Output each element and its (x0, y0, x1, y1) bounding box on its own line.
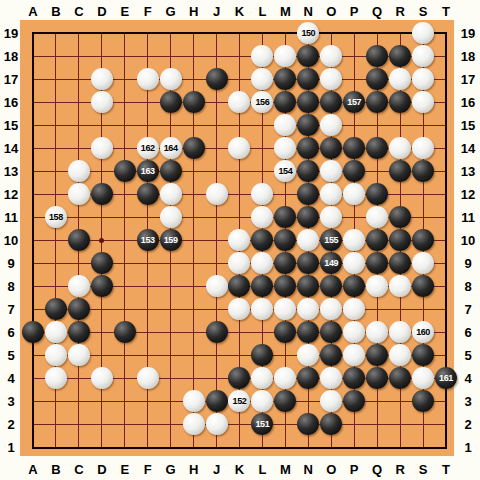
row-label: 1 (464, 440, 471, 455)
column-label: S (419, 462, 428, 477)
move-number-label: 162 (141, 143, 155, 153)
white-stone-C13 (68, 160, 90, 182)
column-label: G (166, 4, 176, 19)
row-label: 6 (7, 325, 14, 340)
column-label: S (419, 4, 428, 19)
row-label: 15 (4, 118, 18, 133)
column-label: A (28, 462, 37, 477)
black-stone-A6 (22, 321, 44, 343)
go-game-diagram: ABCDEFGHJKLMNOPQRST ABCDEFGHJKLMNOPQRST … (0, 0, 480, 480)
black-stone-H16 (183, 91, 205, 113)
row-label: 17 (4, 72, 18, 87)
move-number-label: 151 (256, 419, 270, 429)
black-stone-B7 (45, 298, 67, 320)
black-stone-C6 (68, 321, 90, 343)
star-point (99, 238, 104, 243)
move-number-label: 161 (439, 373, 453, 383)
white-stone-J12 (206, 183, 228, 205)
column-label: A (28, 4, 37, 19)
white-stone-C12 (68, 183, 90, 205)
column-label: M (280, 4, 291, 19)
white-stone-Q11 (366, 206, 388, 228)
row-label: 4 (464, 371, 471, 386)
black-stone-R9 (389, 252, 411, 274)
white-stone-J2 (206, 413, 228, 435)
black-stone-T4: 161 (435, 367, 457, 389)
row-label: 1 (7, 440, 14, 455)
column-label: P (350, 4, 359, 19)
row-label: 8 (464, 279, 471, 294)
move-number-label: 164 (164, 143, 178, 153)
column-label: C (74, 4, 83, 19)
column-label: T (442, 462, 450, 477)
row-label: 19 (461, 26, 475, 41)
white-stone-R17 (389, 68, 411, 90)
row-label: 7 (7, 302, 14, 317)
row-label: 17 (461, 72, 475, 87)
black-stone-Q18 (366, 45, 388, 67)
move-number-label: 150 (301, 28, 315, 38)
move-number-label: 159 (164, 235, 178, 245)
row-label: 18 (4, 49, 18, 64)
column-label: C (74, 462, 83, 477)
black-stone-D9 (91, 252, 113, 274)
white-stone-F17 (137, 68, 159, 90)
black-stone-R10 (389, 229, 411, 251)
column-label: H (189, 462, 198, 477)
column-label: T (442, 4, 450, 19)
white-stone-R8 (389, 275, 411, 297)
column-label: O (326, 4, 336, 19)
column-label: Q (372, 462, 382, 477)
white-stone-B5 (45, 344, 67, 366)
white-stone-B6 (45, 321, 67, 343)
column-label: O (326, 462, 336, 477)
row-label: 8 (7, 279, 14, 294)
white-stone-S18 (412, 45, 434, 67)
black-stone-J17 (206, 68, 228, 90)
column-label: N (304, 462, 313, 477)
column-label: F (144, 4, 152, 19)
row-label: 15 (461, 118, 475, 133)
white-stone-D17 (91, 68, 113, 90)
black-stone-C7 (68, 298, 90, 320)
black-stone-G13 (160, 160, 182, 182)
black-stone-H14 (183, 137, 205, 159)
black-stone-S10 (412, 229, 434, 251)
row-label: 11 (461, 210, 475, 225)
white-stone-J8 (206, 275, 228, 297)
row-label: 9 (464, 256, 471, 271)
white-stone-D16 (91, 91, 113, 113)
row-label: 16 (461, 95, 475, 110)
row-label: 3 (464, 394, 471, 409)
black-stone-Q4 (366, 367, 388, 389)
move-number-label: 158 (49, 212, 63, 222)
white-stone-D4 (91, 367, 113, 389)
column-label: F (144, 462, 152, 477)
row-label: 13 (4, 164, 18, 179)
column-label: K (235, 462, 244, 477)
row-label: 2 (464, 417, 471, 432)
row-label: 14 (4, 141, 18, 156)
move-number-label: 152 (233, 396, 247, 406)
black-stone-Q5 (366, 344, 388, 366)
column-label: Q (372, 4, 382, 19)
white-stone-S4 (412, 367, 434, 389)
black-stone-C10 (68, 229, 90, 251)
white-stone-S16 (412, 91, 434, 113)
column-label: L (258, 462, 266, 477)
column-label: G (166, 462, 176, 477)
black-stone-Q9 (366, 252, 388, 274)
move-number-label: 160 (416, 327, 430, 337)
move-number-label: 163 (141, 166, 155, 176)
white-stone-S9 (412, 252, 434, 274)
row-label: 2 (7, 417, 14, 432)
row-label: 13 (461, 164, 475, 179)
black-stone-Q12 (366, 183, 388, 205)
row-label: 10 (461, 233, 475, 248)
white-stone-B11: 158 (45, 206, 67, 228)
white-stone-R5 (389, 344, 411, 366)
black-stone-J3 (206, 390, 228, 412)
column-label: K (235, 4, 244, 19)
black-stone-S5 (412, 344, 434, 366)
black-stone-R13 (389, 160, 411, 182)
black-stone-F10: 153 (137, 229, 159, 251)
white-stone-D14 (91, 137, 113, 159)
white-stone-S6: 160 (412, 321, 434, 343)
column-label: N (304, 4, 313, 19)
move-number-label: 157 (347, 97, 361, 107)
white-stone-Q8 (366, 275, 388, 297)
black-stone-D8 (91, 275, 113, 297)
white-stone-R6 (389, 321, 411, 343)
move-number-label: 153 (141, 235, 155, 245)
column-label: M (280, 462, 291, 477)
white-stone-Q6 (366, 321, 388, 343)
white-stone-C5 (68, 344, 90, 366)
row-label: 12 (461, 187, 475, 202)
move-number-label: 154 (278, 166, 292, 176)
row-label: 11 (4, 210, 18, 225)
black-stone-Q14 (366, 137, 388, 159)
black-stone-R4 (389, 367, 411, 389)
move-number-label: 156 (256, 97, 270, 107)
move-number-label: 149 (324, 258, 338, 268)
row-label: 3 (7, 394, 14, 409)
column-label: E (120, 4, 129, 19)
white-stone-S17 (412, 68, 434, 90)
row-label: 6 (464, 325, 471, 340)
column-label: B (51, 462, 60, 477)
row-label: 14 (461, 141, 475, 156)
column-label: D (97, 462, 106, 477)
black-stone-E6 (114, 321, 136, 343)
black-stone-G16 (160, 91, 182, 113)
row-label: 12 (4, 187, 18, 202)
column-label: R (395, 462, 404, 477)
white-stone-F14: 162 (137, 137, 159, 159)
black-stone-J6 (206, 321, 228, 343)
white-stone-R14 (389, 137, 411, 159)
black-stone-S3 (412, 390, 434, 412)
row-label: 5 (464, 348, 471, 363)
black-stone-G10: 159 (160, 229, 182, 251)
column-label: J (213, 462, 220, 477)
black-stone-Q16 (366, 91, 388, 113)
black-stone-R11 (389, 206, 411, 228)
column-label: P (350, 462, 359, 477)
white-stone-C8 (68, 275, 90, 297)
column-label: R (395, 4, 404, 19)
row-label: 5 (7, 348, 14, 363)
black-stone-E13 (114, 160, 136, 182)
row-label: 7 (464, 302, 471, 317)
row-label: 16 (4, 95, 18, 110)
white-stone-G11 (160, 206, 182, 228)
white-stone-G14: 164 (160, 137, 182, 159)
white-stone-S19 (412, 22, 434, 44)
black-stone-Q17 (366, 68, 388, 90)
column-label: D (97, 4, 106, 19)
column-label: E (120, 462, 129, 477)
black-stone-D12 (91, 183, 113, 205)
white-stone-B4 (45, 367, 67, 389)
column-label: J (213, 4, 220, 19)
black-stone-S13 (412, 160, 434, 182)
row-label: 9 (7, 256, 14, 271)
row-label: 10 (4, 233, 18, 248)
black-stone-Q10 (366, 229, 388, 251)
row-label: 4 (7, 371, 14, 386)
black-stone-R18 (389, 45, 411, 67)
row-label: 18 (461, 49, 475, 64)
column-label: H (189, 4, 198, 19)
black-stone-S8 (412, 275, 434, 297)
white-stone-H3 (183, 390, 205, 412)
white-stone-H2 (183, 413, 205, 435)
black-stone-R16 (389, 91, 411, 113)
black-stone-F13: 163 (137, 160, 159, 182)
white-stone-G17 (160, 68, 182, 90)
white-stone-F4 (137, 367, 159, 389)
move-number-label: 155 (324, 235, 338, 245)
black-stone-F12 (137, 183, 159, 205)
column-label: L (258, 4, 266, 19)
row-label: 19 (4, 26, 18, 41)
white-stone-G12 (160, 183, 182, 205)
column-label: B (51, 4, 60, 19)
white-stone-S14 (412, 137, 434, 159)
